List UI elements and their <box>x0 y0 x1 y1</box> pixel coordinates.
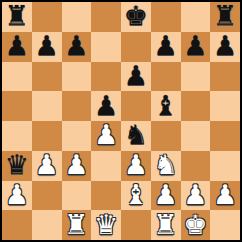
square-c4[interactable] <box>62 121 92 151</box>
square-h6[interactable] <box>210 62 240 92</box>
square-g7[interactable]: ♟ <box>181 32 211 62</box>
piece-black-queen: ♛ <box>5 151 29 178</box>
piece-black-pawn: ♟ <box>124 62 148 89</box>
square-a4[interactable] <box>2 121 32 151</box>
square-b1[interactable] <box>32 210 62 240</box>
square-h3[interactable] <box>210 151 240 181</box>
square-c6[interactable] <box>62 62 92 92</box>
square-g8[interactable] <box>181 2 211 32</box>
piece-white-rook: ♜ <box>154 211 178 238</box>
square-g2[interactable]: ♟ <box>181 181 211 211</box>
square-g3[interactable] <box>181 151 211 181</box>
square-b3[interactable]: ♟ <box>32 151 62 181</box>
piece-black-pawn: ♟ <box>5 32 29 59</box>
square-d8[interactable] <box>91 2 121 32</box>
square-h5[interactable] <box>210 91 240 121</box>
piece-black-pawn: ♟ <box>94 92 118 119</box>
piece-black-rook: ♜ <box>5 2 29 29</box>
square-a8[interactable]: ♜ <box>2 2 32 32</box>
piece-white-king: ♚ <box>183 211 207 238</box>
square-d2[interactable] <box>91 181 121 211</box>
square-h7[interactable]: ♟ <box>210 32 240 62</box>
square-a7[interactable]: ♟ <box>2 32 32 62</box>
square-d1[interactable]: ♛ <box>91 210 121 240</box>
square-b7[interactable]: ♟ <box>32 32 62 62</box>
piece-white-bishop: ♝ <box>124 181 148 208</box>
piece-white-pawn: ♟ <box>213 181 237 208</box>
square-e6[interactable]: ♟ <box>121 62 151 92</box>
square-e5[interactable] <box>121 91 151 121</box>
piece-black-pawn: ♟ <box>64 32 88 59</box>
square-f4[interactable] <box>151 121 181 151</box>
square-e7[interactable] <box>121 32 151 62</box>
square-a2[interactable]: ♟ <box>2 181 32 211</box>
piece-black-pawn: ♟ <box>183 32 207 59</box>
square-a6[interactable] <box>2 62 32 92</box>
square-e2[interactable]: ♝ <box>121 181 151 211</box>
square-d3[interactable] <box>91 151 121 181</box>
piece-white-pawn: ♟ <box>124 151 148 178</box>
square-b5[interactable] <box>32 91 62 121</box>
piece-white-pawn: ♟ <box>183 181 207 208</box>
piece-white-pawn: ♟ <box>64 151 88 178</box>
piece-white-knight: ♞ <box>154 151 178 178</box>
square-b4[interactable] <box>32 121 62 151</box>
piece-black-bishop: ♝ <box>154 92 178 119</box>
square-e3[interactable]: ♟ <box>121 151 151 181</box>
square-f1[interactable]: ♜ <box>151 210 181 240</box>
square-h1[interactable] <box>210 210 240 240</box>
square-g4[interactable] <box>181 121 211 151</box>
square-e8[interactable]: ♚ <box>121 2 151 32</box>
piece-white-rook: ♜ <box>64 211 88 238</box>
square-b6[interactable] <box>32 62 62 92</box>
piece-white-pawn: ♟ <box>5 181 29 208</box>
piece-black-knight: ♞ <box>124 121 148 148</box>
square-f2[interactable]: ♟ <box>151 181 181 211</box>
square-g6[interactable] <box>181 62 211 92</box>
piece-black-king: ♚ <box>124 2 148 29</box>
square-e4[interactable]: ♞ <box>121 121 151 151</box>
square-e1[interactable] <box>121 210 151 240</box>
piece-white-pawn: ♟ <box>94 121 118 148</box>
square-a5[interactable] <box>2 91 32 121</box>
square-f8[interactable] <box>151 2 181 32</box>
piece-white-pawn: ♟ <box>154 181 178 208</box>
square-b2[interactable] <box>32 181 62 211</box>
square-c7[interactable]: ♟ <box>62 32 92 62</box>
square-g1[interactable]: ♚ <box>181 210 211 240</box>
piece-white-pawn: ♟ <box>35 151 59 178</box>
square-f6[interactable] <box>151 62 181 92</box>
square-d6[interactable] <box>91 62 121 92</box>
square-h4[interactable] <box>210 121 240 151</box>
square-c8[interactable] <box>62 2 92 32</box>
piece-black-rook: ♜ <box>213 2 237 29</box>
piece-black-pawn: ♟ <box>154 32 178 59</box>
square-a3[interactable]: ♛ <box>2 151 32 181</box>
square-c5[interactable] <box>62 91 92 121</box>
square-f3[interactable]: ♞ <box>151 151 181 181</box>
square-b8[interactable] <box>32 2 62 32</box>
piece-black-pawn: ♟ <box>35 32 59 59</box>
square-h2[interactable]: ♟ <box>210 181 240 211</box>
square-g5[interactable] <box>181 91 211 121</box>
square-a1[interactable] <box>2 210 32 240</box>
square-c3[interactable]: ♟ <box>62 151 92 181</box>
square-d5[interactable]: ♟ <box>91 91 121 121</box>
square-h8[interactable]: ♜ <box>210 2 240 32</box>
square-f5[interactable]: ♝ <box>151 91 181 121</box>
piece-black-pawn: ♟ <box>213 32 237 59</box>
piece-white-queen: ♛ <box>94 211 118 238</box>
square-d7[interactable] <box>91 32 121 62</box>
chess-board: ♜♚♜♟♟♟♟♟♟♟♟♝♟♞♛♟♟♟♞♟♝♟♟♟♜♛♜♚ <box>2 2 240 240</box>
square-d4[interactable]: ♟ <box>91 121 121 151</box>
chess-board-frame: ♜♚♜♟♟♟♟♟♟♟♟♝♟♞♛♟♟♟♞♟♝♟♟♟♜♛♜♚ <box>0 0 242 242</box>
square-c2[interactable] <box>62 181 92 211</box>
square-f7[interactable]: ♟ <box>151 32 181 62</box>
square-c1[interactable]: ♜ <box>62 210 92 240</box>
